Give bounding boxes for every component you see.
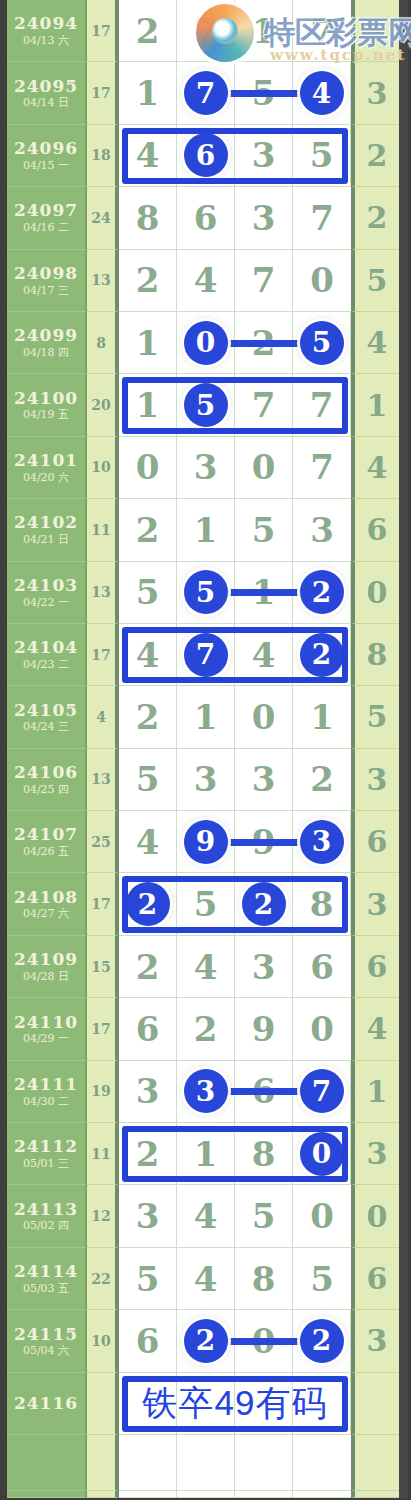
- digit-cell: 3: [293, 499, 351, 561]
- count-cell: 18: [87, 125, 119, 187]
- digit-cell: [293, 1435, 351, 1491]
- digit-cell: 3: [293, 811, 351, 873]
- digit: 0: [136, 447, 160, 487]
- count-cell: 17: [87, 998, 119, 1060]
- digit: 1: [252, 11, 276, 51]
- digit-cell: 3: [177, 1061, 235, 1123]
- digit-area: 2153: [119, 499, 351, 561]
- right-digit-cell: 3: [351, 749, 399, 811]
- digit: 3: [310, 510, 334, 550]
- frame-left: [0, 624, 7, 686]
- draw-row: 2410304/22 一1355120: [0, 562, 411, 624]
- draw-row: 2410604/25 四1353323: [0, 749, 411, 811]
- draw-date: 04/24 三: [23, 721, 69, 733]
- digit-cell: [293, 1491, 351, 1498]
- frame-right: [399, 187, 408, 249]
- digit-cell: 0: [235, 437, 293, 499]
- digit-cell: 3: [235, 936, 293, 998]
- digit-cell: 7: [293, 437, 351, 499]
- frame-left: [0, 811, 7, 873]
- digit-cell: 7: [177, 624, 235, 686]
- frame-left: [0, 62, 7, 124]
- draw-date: 04/21 日: [23, 534, 69, 546]
- draw-date: 04/20 六: [23, 472, 69, 484]
- right-digit-cell: 0: [351, 1185, 399, 1247]
- digit-cell: 3: [177, 437, 235, 499]
- digit-cell: 5: [293, 312, 351, 374]
- digit-cell: 3: [235, 125, 293, 187]
- digit: 2: [136, 11, 160, 51]
- issue-number: 24099: [14, 326, 78, 345]
- digit: 7: [194, 11, 218, 51]
- prediction-note: 铁卒49有码: [122, 1376, 348, 1432]
- digit-cell: 8: [293, 873, 351, 935]
- frame-right: [399, 374, 408, 436]
- right-digit-cell: 6: [351, 811, 399, 873]
- frame-left: [0, 250, 7, 312]
- issue-number: 24094: [14, 14, 78, 33]
- frame-left: [0, 1248, 7, 1310]
- digit-cell: 3: [235, 749, 293, 811]
- draw-date: 04/15 一: [23, 160, 69, 172]
- right-digit-cell: 2: [351, 187, 399, 249]
- digit: 5: [136, 572, 160, 612]
- draw-row: 2410104/20 六1003074: [0, 437, 411, 499]
- draw-date: 05/04 六: [23, 1345, 69, 1357]
- digit-cell: 5: [177, 374, 235, 436]
- digit: 3: [194, 447, 218, 487]
- issue-number: 24107: [14, 825, 78, 844]
- frame-right: [399, 250, 408, 312]
- digit: 3: [252, 135, 276, 175]
- digit-area: 4742: [119, 624, 351, 686]
- digit-cell: [119, 1435, 177, 1491]
- digit-cell: 1: [119, 62, 177, 124]
- digit: 0: [310, 1009, 334, 1049]
- draw-row: 2411205/01 三1121803: [0, 1123, 411, 1185]
- right-digit-cell: [351, 1491, 399, 1498]
- digit-cell: 8: [235, 1248, 293, 1310]
- digit: 9: [252, 1009, 276, 1049]
- issue-number: 24103: [14, 576, 78, 595]
- digit-cell: 4: [119, 811, 177, 873]
- digit: 5: [194, 884, 218, 924]
- digit: 5: [252, 1196, 276, 1236]
- circled-digit: 3: [184, 1069, 228, 1113]
- circled-digit: 2: [242, 882, 286, 926]
- digit: 2: [136, 947, 160, 987]
- draw-row: 2410904/28 日1524366: [0, 936, 411, 998]
- count-cell: [87, 1491, 119, 1498]
- digit-cell: 0: [177, 312, 235, 374]
- issue-cell: 2411004/29 一: [7, 998, 87, 1060]
- frame-left: [0, 998, 7, 1060]
- digit-cell: 5: [235, 499, 293, 561]
- draw-row: 2411405/03 五2254856: [0, 1248, 411, 1310]
- digit-cell: 2: [119, 1123, 177, 1185]
- right-digit-cell: 4: [351, 437, 399, 499]
- empty-row: [0, 1435, 411, 1491]
- digit: 3: [194, 759, 218, 799]
- digit-cell: 2: [293, 562, 351, 624]
- digit-cell: 1: [177, 686, 235, 748]
- draw-date: 04/14 日: [23, 97, 69, 109]
- right-digit-cell: [351, 0, 399, 62]
- digit: 7: [310, 385, 334, 425]
- draw-row: 2409904/18 四810254: [0, 312, 411, 374]
- issue-number: 24112: [14, 1137, 78, 1156]
- digit-cell: 6: [119, 1310, 177, 1372]
- digit-cell: 2: [119, 873, 177, 935]
- issue-cell: 2409604/15 一: [7, 125, 87, 187]
- frame-left: [0, 1185, 7, 1247]
- circled-digit: 7: [184, 633, 228, 677]
- draw-row: 2409404/13 六172717: [0, 0, 411, 62]
- draw-date: 05/01 三: [23, 1158, 69, 1170]
- digit: 7: [252, 385, 276, 425]
- right-digit-cell: 6: [351, 1248, 399, 1310]
- draw-row: 2411004/29 一1762904: [0, 998, 411, 1060]
- digit: 1: [310, 697, 334, 737]
- draw-row: 24116铁卒49有码: [0, 1373, 411, 1435]
- digit-cell: 0: [119, 437, 177, 499]
- issue-number: 24109: [14, 950, 78, 969]
- right-digit-cell: 3: [351, 1123, 399, 1185]
- digit: 8: [252, 1134, 276, 1174]
- issue-number: 24102: [14, 513, 78, 532]
- draw-row: 2410204/21 日1121536: [0, 499, 411, 561]
- draw-date: 05/02 四: [23, 1220, 69, 1232]
- frame-left: [0, 437, 7, 499]
- digit-area: 5332: [119, 749, 351, 811]
- issue-number: 24105: [14, 701, 78, 720]
- frame-left: [0, 187, 7, 249]
- frame-left: [0, 1310, 7, 1372]
- digit: 8: [252, 1259, 276, 1299]
- digit-cell: 4: [119, 624, 177, 686]
- frame-right: [399, 1248, 408, 1310]
- issue-number: 24104: [14, 638, 78, 657]
- count-cell: 15: [87, 936, 119, 998]
- digit-cell: 2: [119, 686, 177, 748]
- draw-row: 2410004/19 五2015771: [0, 374, 411, 436]
- digit: 5: [252, 510, 276, 550]
- digit: 3: [136, 1196, 160, 1236]
- draw-date: 05/03 五: [23, 1283, 69, 1295]
- digit-cell: 2: [293, 749, 351, 811]
- digit: 5: [136, 1259, 160, 1299]
- digit-cell: 1: [119, 374, 177, 436]
- frame-right: [399, 998, 408, 1060]
- right-digit-cell: 3: [351, 873, 399, 935]
- digit-cell: 1: [177, 1123, 235, 1185]
- digit-cell: 6: [293, 936, 351, 998]
- digit-area: [119, 1435, 351, 1491]
- draw-date: 04/19 五: [23, 409, 69, 421]
- count-cell: 12: [87, 1185, 119, 1247]
- frame-right: [399, 562, 408, 624]
- draw-row: 2411104/30 二1933671: [0, 1061, 411, 1123]
- issue-number: 24110: [14, 1013, 78, 1032]
- issue-cell: 2410804/27 六: [7, 873, 87, 935]
- digit-area: 4635: [119, 125, 351, 187]
- draw-date: 04/28 日: [23, 971, 69, 983]
- digit: 2: [136, 510, 160, 550]
- frame-left: [0, 686, 7, 748]
- issue-cell: 2409404/13 六: [7, 0, 87, 62]
- digit-cell: 0: [293, 250, 351, 312]
- count-cell: 25: [87, 811, 119, 873]
- count-cell: 13: [87, 562, 119, 624]
- digit: 1: [136, 73, 160, 113]
- digit-cell: 6: [177, 125, 235, 187]
- frame-right: [399, 62, 408, 124]
- frame-right: [399, 312, 408, 374]
- digit: 5: [310, 135, 334, 175]
- digit-cell: 2: [293, 624, 351, 686]
- issue-number: 24116: [14, 1394, 78, 1413]
- frame-left: [0, 562, 7, 624]
- digit-cell: 5: [119, 562, 177, 624]
- digit-cell: 5: [177, 873, 235, 935]
- digit-area: 3450: [119, 1185, 351, 1247]
- right-digit-cell: [351, 1373, 399, 1435]
- digit: 4: [252, 635, 276, 675]
- digit: 4: [194, 260, 218, 300]
- digit: 0: [252, 447, 276, 487]
- count-cell: 17: [87, 62, 119, 124]
- digit-cell: 8: [235, 1123, 293, 1185]
- count-cell: 10: [87, 1310, 119, 1372]
- draw-date: 04/13 六: [23, 35, 69, 47]
- digit: 0: [252, 697, 276, 737]
- draw-date: 04/23 二: [23, 659, 69, 671]
- frame-left: [0, 125, 7, 187]
- issue-cell: [7, 1435, 87, 1491]
- digit-cell: 4: [177, 1248, 235, 1310]
- frame-left: [0, 312, 7, 374]
- frame-right: [399, 749, 408, 811]
- issue-cell: 2409904/18 四: [7, 312, 87, 374]
- circled-digit: 3: [300, 820, 344, 864]
- digit: 1: [136, 323, 160, 363]
- draw-date: 04/27 六: [23, 908, 69, 920]
- count-cell: 17: [87, 624, 119, 686]
- frame-right: [399, 437, 408, 499]
- digit: 1: [194, 697, 218, 737]
- digit-cell: 4: [119, 125, 177, 187]
- digit-cell: 1: [235, 0, 293, 62]
- issue-cell: 2410204/21 日: [7, 499, 87, 561]
- digit: 6: [136, 1321, 160, 1361]
- frame-left: [0, 374, 7, 436]
- draw-row: 2410504/24 三421015: [0, 686, 411, 748]
- digit: 7: [310, 198, 334, 238]
- digit: 4: [194, 947, 218, 987]
- draw-date: 04/22 一: [23, 597, 69, 609]
- digit-cell: 5: [235, 1185, 293, 1247]
- digit-cell: 2: [177, 1310, 235, 1372]
- issue-number: 24100: [14, 389, 78, 408]
- issue-cell: 2410704/26 五: [7, 811, 87, 873]
- issue-cell: 24116: [7, 1373, 87, 1435]
- count-cell: 17: [87, 0, 119, 62]
- issue-cell: 2410104/20 六: [7, 437, 87, 499]
- digit-cell: [235, 1435, 293, 1491]
- frame-left: [0, 1435, 7, 1491]
- count-cell: 20: [87, 374, 119, 436]
- digit-cell: 5: [293, 1248, 351, 1310]
- right-digit-cell: 6: [351, 499, 399, 561]
- frame-left: [0, 0, 7, 62]
- digit-cell: 0: [293, 1123, 351, 1185]
- digit-cell: 5: [177, 562, 235, 624]
- digit-area: 2470: [119, 250, 351, 312]
- draw-row: 2411305/02 四1234500: [0, 1185, 411, 1247]
- draw-row: 2410704/26 五2549936: [0, 811, 411, 873]
- right-digit-cell: 5: [351, 686, 399, 748]
- digit-area: 铁卒49有码: [119, 1373, 351, 1435]
- digit-cell: 1: [177, 499, 235, 561]
- digit-area: 5512: [119, 562, 351, 624]
- digit-cell: [177, 1491, 235, 1498]
- digit-area: 1577: [119, 374, 351, 436]
- digit: 2: [310, 759, 334, 799]
- draw-row: 2411505/04 六1062023: [0, 1310, 411, 1372]
- issue-cell: 2410004/19 五: [7, 374, 87, 436]
- digit: 6: [194, 198, 218, 238]
- circled-digit: 2: [300, 633, 344, 677]
- issue-cell: 2410604/25 四: [7, 749, 87, 811]
- digit-cell: 1: [293, 686, 351, 748]
- digit: 1: [194, 510, 218, 550]
- issue-cell: 2409804/17 三: [7, 250, 87, 312]
- issue-cell: [7, 1491, 87, 1498]
- issue-cell: 2411205/01 三: [7, 1123, 87, 1185]
- circled-digit: 2: [184, 1319, 228, 1363]
- frame-left: [0, 873, 7, 935]
- digit: 7: [252, 260, 276, 300]
- digit-area: [119, 1491, 351, 1498]
- frame-left: [0, 499, 7, 561]
- issue-number: 24098: [14, 264, 78, 283]
- issue-number: 24113: [14, 1200, 78, 1219]
- digit-cell: 2: [235, 873, 293, 935]
- digit: 5: [310, 1259, 334, 1299]
- draw-row: 2410404/23 二1747428: [0, 624, 411, 686]
- right-digit-cell: 6: [351, 936, 399, 998]
- digit-cell: 7: [293, 187, 351, 249]
- digit: 3: [252, 198, 276, 238]
- digit-cell: 7: [293, 1061, 351, 1123]
- digit: 8: [136, 198, 160, 238]
- digit-area: 2717: [119, 0, 351, 62]
- digit-cell: 5: [119, 749, 177, 811]
- circled-digit: 5: [184, 570, 228, 614]
- digit: 2: [136, 260, 160, 300]
- digit-area: 2528: [119, 873, 351, 935]
- digit: 4: [194, 1259, 218, 1299]
- issue-cell: 2411305/02 四: [7, 1185, 87, 1247]
- count-cell: 17: [87, 873, 119, 935]
- issue-number: 24115: [14, 1325, 78, 1344]
- frame-right: [399, 1123, 408, 1185]
- issue-cell: 2410504/24 三: [7, 686, 87, 748]
- count-cell: 10: [87, 437, 119, 499]
- right-digit-cell: 4: [351, 998, 399, 1060]
- digit-cell: 0: [293, 1185, 351, 1247]
- frame-right: [399, 0, 408, 62]
- digit-cell: 2: [177, 998, 235, 1060]
- circled-digit: 6: [184, 133, 228, 177]
- digit-cell: 1: [119, 312, 177, 374]
- digit-area: 2101: [119, 686, 351, 748]
- digit: 0: [310, 260, 334, 300]
- frame-right: [399, 1373, 408, 1435]
- digit-cell: 2: [119, 0, 177, 62]
- count-cell: 11: [87, 1123, 119, 1185]
- count-cell: 24: [87, 187, 119, 249]
- right-digit-cell: 0: [351, 562, 399, 624]
- circled-digit: 5: [300, 321, 344, 365]
- right-digit-cell: 4: [351, 312, 399, 374]
- digit-area: 2180: [119, 1123, 351, 1185]
- circled-digit: 2: [300, 570, 344, 614]
- circled-digit: 2: [300, 1319, 344, 1363]
- draw-row: 2410804/27 六1725283: [0, 873, 411, 935]
- frame-right: [399, 1061, 408, 1123]
- issue-number: 24097: [14, 201, 78, 220]
- digit-cell: 3: [235, 187, 293, 249]
- draw-date: 04/16 二: [23, 222, 69, 234]
- issue-number: 24106: [14, 763, 78, 782]
- digit-cell: 5: [293, 125, 351, 187]
- digit-cell: 4: [177, 1185, 235, 1247]
- digit-cell: 5: [119, 1248, 177, 1310]
- draw-row: 2409604/15 一1846352: [0, 125, 411, 187]
- frame-right: [399, 624, 408, 686]
- frame-right: [399, 1435, 408, 1491]
- digit: 4: [136, 822, 160, 862]
- frame-right: [399, 811, 408, 873]
- count-cell: 13: [87, 250, 119, 312]
- digit-area: 3367: [119, 1061, 351, 1123]
- digit: 1: [194, 1134, 218, 1174]
- digit-area: 1025: [119, 312, 351, 374]
- digit-cell: 7: [293, 374, 351, 436]
- digit-cell: 4: [177, 936, 235, 998]
- circled-digit: 7: [300, 1069, 344, 1113]
- digit-cell: [119, 1491, 177, 1498]
- digit-area: 2436: [119, 936, 351, 998]
- digit-cell: 4: [293, 62, 351, 124]
- digit-cell: 7: [235, 374, 293, 436]
- digit-cell: 7: [177, 0, 235, 62]
- frame-left: [0, 1373, 7, 1435]
- digit-cell: 7: [177, 62, 235, 124]
- chart-table: 2409404/13 六1727172409504/14 日1717543240…: [0, 0, 411, 1500]
- partial-row: [0, 1491, 411, 1498]
- right-digit-cell: 5: [351, 250, 399, 312]
- digit-cell: 9: [235, 998, 293, 1060]
- right-digit-cell: [351, 1435, 399, 1491]
- digit-area: 1754: [119, 62, 351, 124]
- frame-right: [399, 499, 408, 561]
- issue-cell: 2409704/16 二: [7, 187, 87, 249]
- circled-digit: 4: [300, 71, 344, 115]
- count-cell: 4: [87, 686, 119, 748]
- digit: 7: [310, 11, 334, 51]
